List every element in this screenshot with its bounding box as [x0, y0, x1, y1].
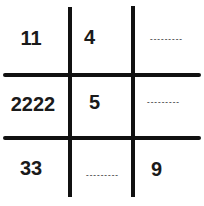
cell-r3c1: 33: [0, 134, 66, 202]
cell-r1c1: 11: [0, 0, 66, 75]
grid-line-vertical-left: [68, 7, 72, 197]
grid-line-horizontal-bottom: [3, 136, 201, 140]
puzzle-board: 11 4 --------- 2222 5 --------- 33 -----…: [0, 0, 204, 206]
grid-line-horizontal-top: [3, 73, 201, 77]
puzzle-grid: 11 4 --------- 2222 5 --------- 33 -----…: [0, 0, 204, 206]
grid-line-vertical-right: [131, 6, 135, 197]
cell-r2c3-blank[interactable]: ---------: [128, 70, 199, 133]
cell-r2c2: 5: [63, 70, 126, 133]
cell-r2c1: 2222: [0, 72, 68, 135]
cell-r1c3-blank[interactable]: ---------: [131, 1, 202, 76]
